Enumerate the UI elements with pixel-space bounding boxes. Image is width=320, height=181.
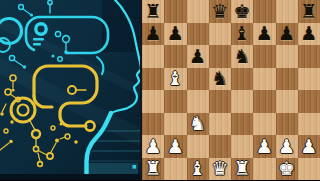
- square-a7[interactable]: ♟: [142, 23, 164, 46]
- black-knight-piece: ♞: [234, 46, 251, 65]
- square-e5[interactable]: [231, 68, 253, 91]
- square-c1[interactable]: ♝: [187, 158, 209, 181]
- square-f4[interactable]: [253, 90, 275, 113]
- white-pawn-piece: ♟: [145, 136, 162, 155]
- square-c5[interactable]: [187, 68, 209, 91]
- square-g4[interactable]: [276, 90, 298, 113]
- square-a2[interactable]: ♟: [142, 135, 164, 158]
- black-king-piece: ♚: [234, 1, 251, 20]
- square-g7[interactable]: ♟: [276, 23, 298, 46]
- square-b1[interactable]: [164, 158, 186, 181]
- square-h5[interactable]: [298, 68, 320, 91]
- black-rook-piece: ♜: [145, 1, 162, 20]
- square-c4[interactable]: [187, 90, 209, 113]
- square-g3[interactable]: [276, 113, 298, 136]
- black-pawn-piece: ♟: [300, 24, 317, 43]
- square-h2[interactable]: ♟: [298, 135, 320, 158]
- square-b2[interactable]: ♟: [164, 135, 186, 158]
- square-b7[interactable]: ♟: [164, 23, 186, 46]
- ai-brain-art-panel: [0, 0, 140, 180]
- white-bishop-piece: ♝: [189, 159, 206, 178]
- square-d8[interactable]: ♛: [209, 0, 231, 23]
- square-d2[interactable]: [209, 135, 231, 158]
- square-b5[interactable]: ♝: [164, 68, 186, 91]
- square-f1[interactable]: [253, 158, 275, 181]
- square-h6[interactable]: [298, 45, 320, 68]
- black-queen-piece: ♛: [211, 1, 228, 20]
- square-c8[interactable]: [187, 0, 209, 23]
- square-e7[interactable]: ♝: [231, 23, 253, 46]
- white-rook-piece: ♜: [234, 159, 251, 178]
- square-f6[interactable]: [253, 45, 275, 68]
- square-d6[interactable]: [209, 45, 231, 68]
- screenshot-stage: ♜♛♚♜♟♟♝♟♟♟♟♞♝♞♞♟♟♟♟♟♜♝♛♜♚: [0, 0, 320, 180]
- square-a6[interactable]: [142, 45, 164, 68]
- square-d5[interactable]: ♞: [209, 68, 231, 91]
- square-e6[interactable]: ♞: [231, 45, 253, 68]
- white-pawn-piece: ♟: [300, 136, 317, 155]
- square-f2[interactable]: ♟: [253, 135, 275, 158]
- white-knight-piece: ♞: [189, 114, 206, 133]
- square-b4[interactable]: [164, 90, 186, 113]
- black-bishop-piece: ♝: [234, 24, 251, 43]
- square-d3[interactable]: [209, 113, 231, 136]
- square-e4[interactable]: [231, 90, 253, 113]
- square-c7[interactable]: [187, 23, 209, 46]
- white-queen-piece: ♛: [211, 159, 228, 178]
- square-h8[interactable]: ♜: [298, 0, 320, 23]
- square-g5[interactable]: [276, 68, 298, 91]
- square-b8[interactable]: [164, 0, 186, 23]
- white-bishop-piece: ♝: [167, 69, 184, 88]
- black-pawn-piece: ♟: [167, 24, 184, 43]
- square-c2[interactable]: [187, 135, 209, 158]
- white-rook-piece: ♜: [145, 159, 162, 178]
- square-a1[interactable]: ♜: [142, 158, 164, 181]
- black-pawn-piece: ♟: [189, 46, 206, 65]
- square-h1[interactable]: [298, 158, 320, 181]
- square-f3[interactable]: [253, 113, 275, 136]
- white-pawn-piece: ♟: [256, 136, 273, 155]
- square-h3[interactable]: [298, 113, 320, 136]
- square-d4[interactable]: [209, 90, 231, 113]
- chess-board: ♜♛♚♜♟♟♝♟♟♟♟♞♝♞♞♟♟♟♟♟♜♝♛♜♚: [140, 0, 320, 180]
- square-e2[interactable]: [231, 135, 253, 158]
- square-a8[interactable]: ♜: [142, 0, 164, 23]
- square-g8[interactable]: [276, 0, 298, 23]
- black-pawn-piece: ♟: [256, 24, 273, 43]
- square-b6[interactable]: [164, 45, 186, 68]
- square-d1[interactable]: ♛: [209, 158, 231, 181]
- square-h7[interactable]: ♟: [298, 23, 320, 46]
- square-f5[interactable]: [253, 68, 275, 91]
- white-king-piece: ♚: [278, 159, 295, 178]
- square-c6[interactable]: ♟: [187, 45, 209, 68]
- square-d7[interactable]: [209, 23, 231, 46]
- square-g1[interactable]: ♚: [276, 158, 298, 181]
- square-e8[interactable]: ♚: [231, 0, 253, 23]
- square-f8[interactable]: [253, 0, 275, 23]
- black-pawn-piece: ♟: [145, 24, 162, 43]
- square-b3[interactable]: [164, 113, 186, 136]
- white-pawn-piece: ♟: [278, 136, 295, 155]
- ai-circuit-brain-artwork: [0, 0, 140, 180]
- bottom-strip: [0, 174, 140, 180]
- black-knight-piece: ♞: [211, 69, 228, 88]
- square-f7[interactable]: ♟: [253, 23, 275, 46]
- square-a3[interactable]: [142, 113, 164, 136]
- black-rook-piece: ♜: [300, 1, 317, 20]
- square-g2[interactable]: ♟: [276, 135, 298, 158]
- square-g6[interactable]: [276, 45, 298, 68]
- square-c3[interactable]: ♞: [187, 113, 209, 136]
- square-e3[interactable]: [231, 113, 253, 136]
- square-e1[interactable]: ♜: [231, 158, 253, 181]
- square-a5[interactable]: [142, 68, 164, 91]
- square-h4[interactable]: [298, 90, 320, 113]
- black-pawn-piece: ♟: [278, 24, 295, 43]
- square-a4[interactable]: [142, 90, 164, 113]
- white-pawn-piece: ♟: [167, 136, 184, 155]
